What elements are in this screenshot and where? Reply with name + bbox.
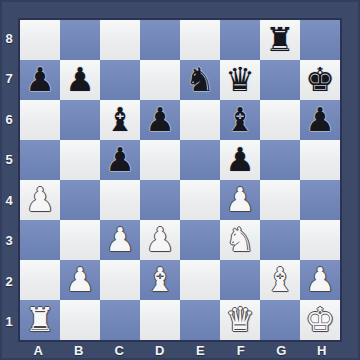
- square-a5[interactable]: [20, 140, 60, 180]
- square-h2[interactable]: ♟: [300, 260, 340, 300]
- square-b6[interactable]: [60, 100, 100, 140]
- piece-black-pawn[interactable]: ♟: [25, 60, 55, 100]
- file-label-a: A: [18, 341, 59, 360]
- square-a3[interactable]: [20, 220, 60, 260]
- rank-label-2: 2: [0, 261, 18, 302]
- square-a6[interactable]: [20, 100, 60, 140]
- square-h7[interactable]: ♚: [300, 60, 340, 100]
- square-b4[interactable]: [60, 180, 100, 220]
- piece-white-pawn[interactable]: ♟: [105, 220, 135, 260]
- chess-board: ♜♟♟♞♛♚♝♟♝♟♟♟♟♟♟♟♞♟♝♝♟♜♛♚: [18, 18, 342, 342]
- file-label-e: E: [180, 341, 221, 360]
- rank-label-7: 7: [0, 59, 18, 100]
- square-e4[interactable]: [180, 180, 220, 220]
- rank-label-1: 1: [0, 302, 18, 343]
- square-d5[interactable]: [140, 140, 180, 180]
- square-c8[interactable]: [100, 20, 140, 60]
- square-e1[interactable]: [180, 300, 220, 340]
- square-b3[interactable]: [60, 220, 100, 260]
- square-e5[interactable]: [180, 140, 220, 180]
- square-h5[interactable]: [300, 140, 340, 180]
- square-a1[interactable]: ♜: [20, 300, 60, 340]
- square-f3[interactable]: ♞: [220, 220, 260, 260]
- piece-white-king[interactable]: ♚: [305, 300, 335, 340]
- square-h3[interactable]: [300, 220, 340, 260]
- square-h6[interactable]: ♟: [300, 100, 340, 140]
- square-b5[interactable]: [60, 140, 100, 180]
- rank-label-6: 6: [0, 99, 18, 140]
- square-d2[interactable]: ♝: [140, 260, 180, 300]
- rank-label-5: 5: [0, 140, 18, 181]
- piece-white-pawn[interactable]: ♟: [225, 180, 255, 220]
- square-f8[interactable]: [220, 20, 260, 60]
- square-d7[interactable]: [140, 60, 180, 100]
- square-a7[interactable]: ♟: [20, 60, 60, 100]
- square-a8[interactable]: [20, 20, 60, 60]
- square-c6[interactable]: ♝: [100, 100, 140, 140]
- square-d6[interactable]: ♟: [140, 100, 180, 140]
- rank-label-4: 4: [0, 180, 18, 221]
- piece-white-pawn[interactable]: ♟: [65, 260, 95, 300]
- square-d4[interactable]: [140, 180, 180, 220]
- chess-board-frame: 87654321 ABCDEFGH ♜♟♟♞♛♚♝♟♝♟♟♟♟♟♟♟♞♟♝♝♟♜…: [0, 0, 360, 360]
- piece-black-knight[interactable]: ♞: [185, 60, 215, 100]
- square-b7[interactable]: ♟: [60, 60, 100, 100]
- square-g8[interactable]: ♜: [260, 20, 300, 60]
- square-e6[interactable]: [180, 100, 220, 140]
- piece-white-rook[interactable]: ♜: [25, 300, 55, 340]
- piece-white-queen[interactable]: ♛: [225, 300, 255, 340]
- square-h4[interactable]: [300, 180, 340, 220]
- square-e2[interactable]: [180, 260, 220, 300]
- square-b2[interactable]: ♟: [60, 260, 100, 300]
- square-g4[interactable]: [260, 180, 300, 220]
- square-c4[interactable]: [100, 180, 140, 220]
- file-label-g: G: [261, 341, 302, 360]
- piece-black-pawn[interactable]: ♟: [225, 140, 255, 180]
- square-e3[interactable]: [180, 220, 220, 260]
- piece-white-bishop[interactable]: ♝: [265, 260, 295, 300]
- square-f6[interactable]: ♝: [220, 100, 260, 140]
- square-f4[interactable]: ♟: [220, 180, 260, 220]
- square-g1[interactable]: [260, 300, 300, 340]
- square-a2[interactable]: [20, 260, 60, 300]
- square-g6[interactable]: [260, 100, 300, 140]
- piece-white-pawn[interactable]: ♟: [305, 260, 335, 300]
- piece-black-pawn[interactable]: ♟: [145, 100, 175, 140]
- square-d1[interactable]: [140, 300, 180, 340]
- file-labels: ABCDEFGH: [18, 341, 342, 360]
- piece-black-bishop[interactable]: ♝: [225, 100, 255, 140]
- rank-labels: 87654321: [0, 18, 18, 342]
- square-c2[interactable]: [100, 260, 140, 300]
- square-d3[interactable]: ♟: [140, 220, 180, 260]
- square-e8[interactable]: [180, 20, 220, 60]
- square-g7[interactable]: [260, 60, 300, 100]
- rank-label-8: 8: [0, 18, 18, 59]
- square-h1[interactable]: ♚: [300, 300, 340, 340]
- piece-black-queen[interactable]: ♛: [225, 60, 255, 100]
- square-c1[interactable]: [100, 300, 140, 340]
- square-g5[interactable]: [260, 140, 300, 180]
- square-a4[interactable]: ♟: [20, 180, 60, 220]
- file-label-b: B: [59, 341, 100, 360]
- piece-black-bishop[interactable]: ♝: [105, 100, 135, 140]
- piece-white-pawn[interactable]: ♟: [25, 180, 55, 220]
- square-c3[interactable]: ♟: [100, 220, 140, 260]
- piece-white-bishop[interactable]: ♝: [145, 260, 175, 300]
- square-f5[interactable]: ♟: [220, 140, 260, 180]
- rank-label-3: 3: [0, 221, 18, 262]
- piece-black-rook[interactable]: ♜: [265, 20, 295, 60]
- square-g3[interactable]: [260, 220, 300, 260]
- square-h8[interactable]: [300, 20, 340, 60]
- piece-black-pawn[interactable]: ♟: [105, 140, 135, 180]
- file-label-c: C: [99, 341, 140, 360]
- piece-white-knight[interactable]: ♞: [225, 220, 255, 260]
- piece-black-king[interactable]: ♚: [305, 60, 335, 100]
- square-b8[interactable]: [60, 20, 100, 60]
- square-f7[interactable]: ♛: [220, 60, 260, 100]
- file-label-h: H: [302, 341, 343, 360]
- square-d8[interactable]: [140, 20, 180, 60]
- square-g2[interactable]: ♝: [260, 260, 300, 300]
- square-c7[interactable]: [100, 60, 140, 100]
- piece-white-pawn[interactable]: ♟: [145, 220, 175, 260]
- square-b1[interactable]: [60, 300, 100, 340]
- file-label-f: F: [221, 341, 262, 360]
- square-c5[interactable]: ♟: [100, 140, 140, 180]
- square-e7[interactable]: ♞: [180, 60, 220, 100]
- file-label-d: D: [140, 341, 181, 360]
- piece-black-pawn[interactable]: ♟: [305, 100, 335, 140]
- square-f2[interactable]: [220, 260, 260, 300]
- piece-black-pawn[interactable]: ♟: [65, 60, 95, 100]
- square-f1[interactable]: ♛: [220, 300, 260, 340]
